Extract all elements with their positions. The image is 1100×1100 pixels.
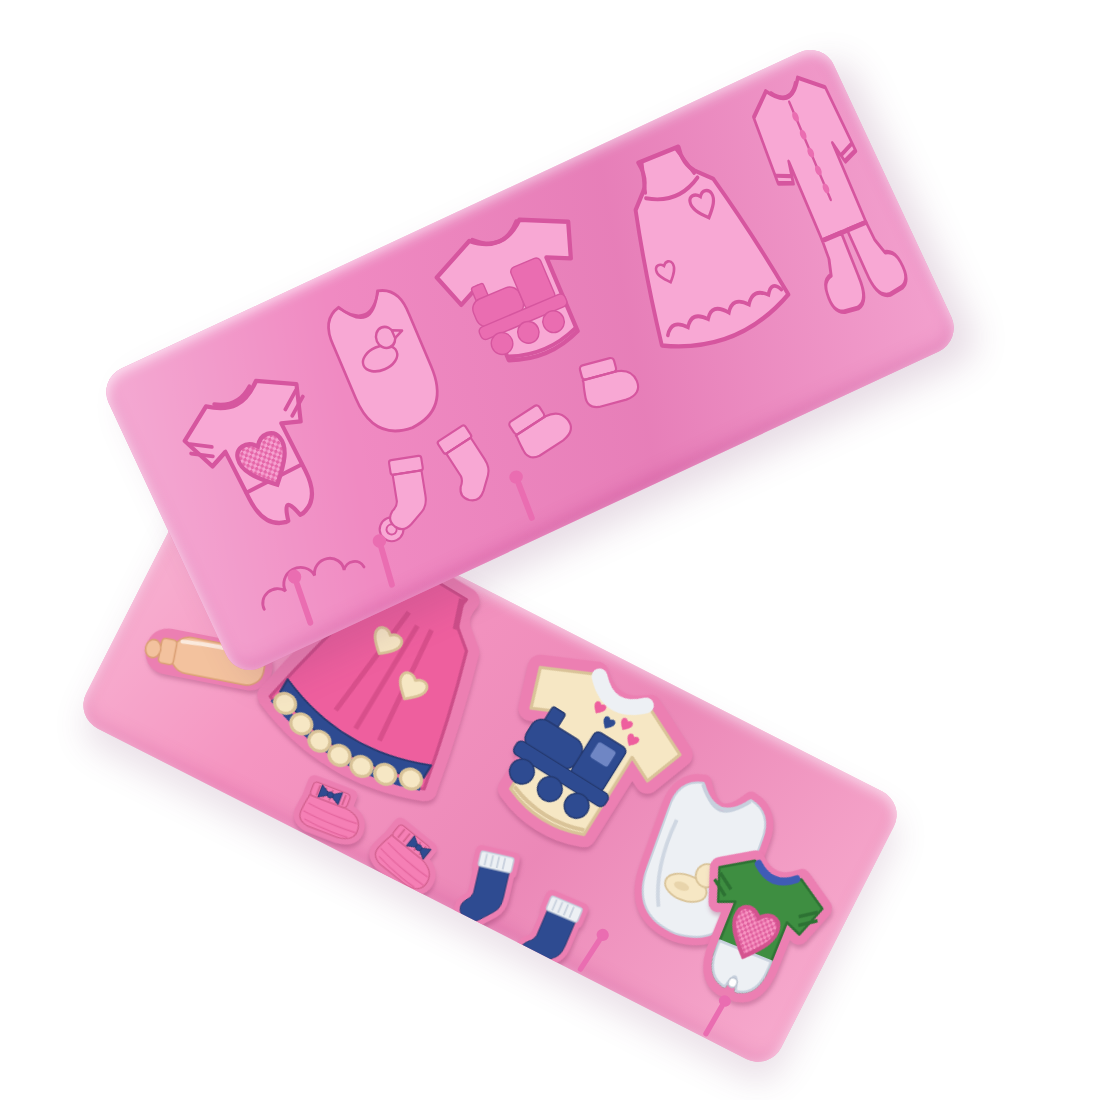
top-mold-empty <box>98 41 963 678</box>
piece-sock-1 <box>450 844 529 938</box>
piece-bootie-2 <box>357 811 457 908</box>
product-photo <box>0 0 1100 1100</box>
